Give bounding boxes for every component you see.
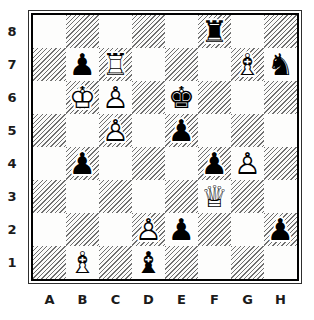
square-d2[interactable]: ♟♙: [132, 213, 165, 246]
square-f3[interactable]: ♛♕: [198, 180, 231, 213]
square-d7[interactable]: [132, 48, 165, 81]
square-h5[interactable]: [264, 114, 297, 147]
square-f7[interactable]: [198, 48, 231, 81]
piece-glyph: ♟: [264, 213, 297, 246]
square-h8[interactable]: [264, 15, 297, 48]
board: ♜♟♜♖♝♗♞♚♔♟♙♚♟♙♟♟♟♟♙♛♕♟♙♟♟♝♗♝: [33, 15, 297, 279]
black-pawn-e2: ♟: [165, 213, 198, 246]
square-c4[interactable]: [99, 147, 132, 180]
file-label-a: A: [33, 289, 66, 309]
square-h4[interactable]: [264, 147, 297, 180]
square-b2[interactable]: [66, 213, 99, 246]
square-g2[interactable]: [231, 213, 264, 246]
piece-outline-glyph: ♔: [66, 81, 99, 114]
piece-outline-glyph: ♖: [99, 48, 132, 81]
black-rook-f8: ♜: [198, 15, 231, 48]
square-c1[interactable]: [99, 246, 132, 279]
piece-glyph: ♝: [66, 246, 99, 279]
square-h1[interactable]: [264, 246, 297, 279]
square-c5[interactable]: ♟♙: [99, 114, 132, 147]
square-e6[interactable]: ♚: [165, 81, 198, 114]
white-pawn-g4: ♟♙: [231, 147, 264, 180]
piece-glyph: ♛: [198, 180, 231, 213]
piece-glyph: ♟: [99, 81, 132, 114]
square-h6[interactable]: [264, 81, 297, 114]
square-c2[interactable]: [99, 213, 132, 246]
square-g6[interactable]: [231, 81, 264, 114]
file-labels: ABCDEFGH: [33, 289, 297, 309]
white-king-b6: ♚♔: [66, 81, 99, 114]
square-c8[interactable]: [99, 15, 132, 48]
rank-label-8: 8: [0, 15, 24, 48]
white-queen-f3: ♛♕: [198, 180, 231, 213]
square-f1[interactable]: [198, 246, 231, 279]
piece-glyph: ♝: [231, 48, 264, 81]
file-label-h: H: [264, 289, 297, 309]
piece-glyph: ♟: [231, 147, 264, 180]
square-h2[interactable]: ♟: [264, 213, 297, 246]
square-g8[interactable]: [231, 15, 264, 48]
file-label-f: F: [198, 289, 231, 309]
piece-outline-glyph: ♗: [66, 246, 99, 279]
rank-label-3: 3: [0, 180, 24, 213]
square-f8[interactable]: ♜: [198, 15, 231, 48]
board-frame: ♜♟♜♖♝♗♞♚♔♟♙♚♟♙♟♟♟♟♙♛♕♟♙♟♟♝♗♝: [28, 10, 302, 284]
piece-glyph: ♟: [165, 114, 198, 147]
rank-label-4: 4: [0, 147, 24, 180]
white-pawn-c6: ♟♙: [99, 81, 132, 114]
piece-outline-glyph: ♙: [132, 213, 165, 246]
square-h3[interactable]: [264, 180, 297, 213]
piece-outline-glyph: ♗: [231, 48, 264, 81]
square-h7[interactable]: ♞: [264, 48, 297, 81]
square-e7[interactable]: [165, 48, 198, 81]
black-pawn-b4: ♟: [66, 147, 99, 180]
file-label-g: G: [231, 289, 264, 309]
rank-label-1: 1: [0, 246, 24, 279]
square-g3[interactable]: [231, 180, 264, 213]
square-e4[interactable]: [165, 147, 198, 180]
black-king-e6: ♚: [165, 81, 198, 114]
square-e8[interactable]: [165, 15, 198, 48]
rank-label-7: 7: [0, 48, 24, 81]
black-pawn-h2: ♟: [264, 213, 297, 246]
square-b4[interactable]: ♟: [66, 147, 99, 180]
square-a4[interactable]: [33, 147, 66, 180]
file-label-d: D: [132, 289, 165, 309]
square-c6[interactable]: ♟♙: [99, 81, 132, 114]
piece-glyph: ♜: [99, 48, 132, 81]
square-f2[interactable]: [198, 213, 231, 246]
white-rook-c7: ♜♖: [99, 48, 132, 81]
rank-labels: 87654321: [0, 15, 24, 279]
piece-outline-glyph: ♙: [99, 81, 132, 114]
square-g4[interactable]: ♟♙: [231, 147, 264, 180]
square-d5[interactable]: [132, 114, 165, 147]
square-b1[interactable]: ♝♗: [66, 246, 99, 279]
square-b7[interactable]: ♟: [66, 48, 99, 81]
square-b6[interactable]: ♚♔: [66, 81, 99, 114]
square-d6[interactable]: [132, 81, 165, 114]
square-f6[interactable]: [198, 81, 231, 114]
square-g7[interactable]: ♝♗: [231, 48, 264, 81]
piece-glyph: ♞: [264, 48, 297, 81]
piece-glyph: ♚: [165, 81, 198, 114]
white-pawn-d2: ♟♙: [132, 213, 165, 246]
square-g1[interactable]: [231, 246, 264, 279]
black-pawn-b7: ♟: [66, 48, 99, 81]
piece-outline-glyph: ♙: [231, 147, 264, 180]
file-label-e: E: [165, 289, 198, 309]
square-f5[interactable]: [198, 114, 231, 147]
piece-glyph: ♜: [198, 15, 231, 48]
piece-glyph: ♟: [132, 213, 165, 246]
board-border: ♜♟♜♖♝♗♞♚♔♟♙♚♟♙♟♟♟♟♙♛♕♟♙♟♟♝♗♝: [31, 13, 299, 281]
square-c7[interactable]: ♜♖: [99, 48, 132, 81]
black-pawn-f4: ♟: [198, 147, 231, 180]
square-a8[interactable]: [33, 15, 66, 48]
rank-label-5: 5: [0, 114, 24, 147]
black-knight-h7: ♞: [264, 48, 297, 81]
square-g5[interactable]: [231, 114, 264, 147]
square-a6[interactable]: [33, 81, 66, 114]
rank-label-6: 6: [0, 81, 24, 114]
piece-glyph: ♟: [66, 48, 99, 81]
piece-glyph: ♟: [99, 114, 132, 147]
square-b8[interactable]: [66, 15, 99, 48]
square-e5[interactable]: ♟: [165, 114, 198, 147]
piece-glyph: ♝: [132, 246, 165, 279]
square-d4[interactable]: [132, 147, 165, 180]
square-e3[interactable]: [165, 180, 198, 213]
square-b5[interactable]: [66, 114, 99, 147]
square-d8[interactable]: [132, 15, 165, 48]
square-a1[interactable]: [33, 246, 66, 279]
square-b3[interactable]: [66, 180, 99, 213]
square-a3[interactable]: [33, 180, 66, 213]
square-e1[interactable]: [165, 246, 198, 279]
square-a2[interactable]: [33, 213, 66, 246]
white-bishop-b1: ♝♗: [66, 246, 99, 279]
black-pawn-e5: ♟: [165, 114, 198, 147]
piece-glyph: ♟: [198, 147, 231, 180]
white-pawn-c5: ♟♙: [99, 114, 132, 147]
square-f4[interactable]: ♟: [198, 147, 231, 180]
square-d1[interactable]: ♝: [132, 246, 165, 279]
black-bishop-d1: ♝: [132, 246, 165, 279]
white-bishop-g7: ♝♗: [231, 48, 264, 81]
piece-glyph: ♟: [165, 213, 198, 246]
file-label-c: C: [99, 289, 132, 309]
piece-outline-glyph: ♕: [198, 180, 231, 213]
rank-label-2: 2: [0, 213, 24, 246]
square-a5[interactable]: [33, 114, 66, 147]
chess-diagram: 87654321 ♜♟♜♖♝♗♞♚♔♟♙♚♟♙♟♟♟♟♙♛♕♟♙♟♟♝♗♝ AB…: [0, 0, 314, 320]
square-d3[interactable]: [132, 180, 165, 213]
square-c3[interactable]: [99, 180, 132, 213]
piece-glyph: ♟: [66, 147, 99, 180]
square-e2[interactable]: ♟: [165, 213, 198, 246]
piece-outline-glyph: ♙: [99, 114, 132, 147]
file-label-b: B: [66, 289, 99, 309]
square-a7[interactable]: [33, 48, 66, 81]
piece-glyph: ♚: [66, 81, 99, 114]
